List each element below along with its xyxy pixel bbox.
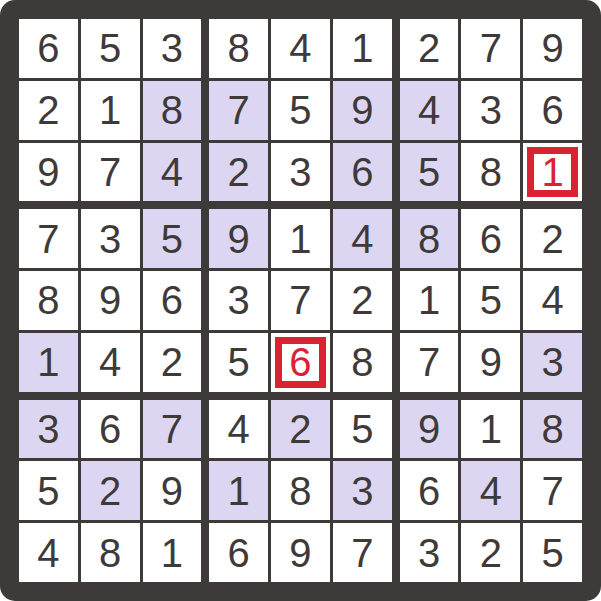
- box-2-1: 735896142: [19, 209, 201, 391]
- sudoku-grid: 6532189748417592362794365817358961429143…: [19, 19, 582, 582]
- cell-r3c6[interactable]: 6: [333, 143, 392, 202]
- cell-r5c9[interactable]: 4: [523, 271, 582, 330]
- cell-r1c4[interactable]: 8: [209, 19, 268, 78]
- cell-r7c8[interactable]: 1: [461, 400, 520, 459]
- cell-r6c8[interactable]: 9: [461, 333, 520, 392]
- box-1-1: 653218974: [19, 19, 201, 201]
- cell-r7c3[interactable]: 7: [143, 400, 202, 459]
- cell-r2c1[interactable]: 2: [19, 81, 78, 140]
- cell-r1c9[interactable]: 9: [523, 19, 582, 78]
- cell-r4c6[interactable]: 4: [333, 209, 392, 268]
- cell-r2c8[interactable]: 3: [461, 81, 520, 140]
- cell-r1c8[interactable]: 7: [461, 19, 520, 78]
- cell-r8c5[interactable]: 8: [271, 461, 330, 520]
- cell-r7c1[interactable]: 3: [19, 400, 78, 459]
- cell-r8c6[interactable]: 3: [333, 461, 392, 520]
- cell-r6c7[interactable]: 7: [400, 333, 459, 392]
- cell-r4c3[interactable]: 5: [143, 209, 202, 268]
- cell-r1c7[interactable]: 2: [400, 19, 459, 78]
- cell-r8c3[interactable]: 9: [143, 461, 202, 520]
- cell-r3c2[interactable]: 7: [81, 143, 140, 202]
- cell-r6c2[interactable]: 4: [81, 333, 140, 392]
- cell-r7c6[interactable]: 5: [333, 400, 392, 459]
- cell-r9c1[interactable]: 4: [19, 523, 78, 582]
- box-1-2: 841759236: [209, 19, 391, 201]
- cell-r2c3[interactable]: 8: [143, 81, 202, 140]
- cell-r3c4[interactable]: 2: [209, 143, 268, 202]
- box-3-3: 918647325: [400, 400, 582, 582]
- cell-r2c6[interactable]: 9: [333, 81, 392, 140]
- cell-r7c2[interactable]: 6: [81, 400, 140, 459]
- cell-r9c4[interactable]: 6: [209, 523, 268, 582]
- cell-r9c5[interactable]: 9: [271, 523, 330, 582]
- cell-r6c5[interactable]: 6: [271, 333, 330, 392]
- cell-r9c3[interactable]: 1: [143, 523, 202, 582]
- cell-r6c9[interactable]: 3: [523, 333, 582, 392]
- cell-r3c1[interactable]: 9: [19, 143, 78, 202]
- cell-r6c3[interactable]: 2: [143, 333, 202, 392]
- cell-r7c7[interactable]: 9: [400, 400, 459, 459]
- cell-r2c4[interactable]: 7: [209, 81, 268, 140]
- cell-r4c4[interactable]: 9: [209, 209, 268, 268]
- cell-r5c5[interactable]: 7: [271, 271, 330, 330]
- cell-r4c2[interactable]: 3: [81, 209, 140, 268]
- sudoku-board: 6532189748417592362794365817358961429143…: [0, 0, 601, 601]
- cell-r1c2[interactable]: 5: [81, 19, 140, 78]
- cell-r7c9[interactable]: 8: [523, 400, 582, 459]
- cell-r5c4[interactable]: 3: [209, 271, 268, 330]
- cell-r3c5[interactable]: 3: [271, 143, 330, 202]
- cell-r5c8[interactable]: 5: [461, 271, 520, 330]
- box-1-3: 279436581: [400, 19, 582, 201]
- cell-r9c7[interactable]: 3: [400, 523, 459, 582]
- cell-r8c9[interactable]: 7: [523, 461, 582, 520]
- cell-r4c5[interactable]: 1: [271, 209, 330, 268]
- cell-r3c8[interactable]: 8: [461, 143, 520, 202]
- cell-r9c6[interactable]: 7: [333, 523, 392, 582]
- cell-r6c6[interactable]: 8: [333, 333, 392, 392]
- cell-r5c3[interactable]: 6: [143, 271, 202, 330]
- cell-r1c6[interactable]: 1: [333, 19, 392, 78]
- cell-r1c3[interactable]: 3: [143, 19, 202, 78]
- cell-r8c8[interactable]: 4: [461, 461, 520, 520]
- cell-r2c5[interactable]: 5: [271, 81, 330, 140]
- cell-r9c8[interactable]: 2: [461, 523, 520, 582]
- cell-r4c7[interactable]: 8: [400, 209, 459, 268]
- cell-r9c2[interactable]: 8: [81, 523, 140, 582]
- box-2-3: 862154793: [400, 209, 582, 391]
- cell-r7c5[interactable]: 2: [271, 400, 330, 459]
- box-2-2: 914372568: [209, 209, 391, 391]
- cell-r3c7[interactable]: 5: [400, 143, 459, 202]
- cell-r4c9[interactable]: 2: [523, 209, 582, 268]
- cell-r6c1[interactable]: 1: [19, 333, 78, 392]
- box-3-1: 367529481: [19, 400, 201, 582]
- cell-r1c1[interactable]: 6: [19, 19, 78, 78]
- cell-r5c1[interactable]: 8: [19, 271, 78, 330]
- cell-r3c3[interactable]: 4: [143, 143, 202, 202]
- cell-r7c4[interactable]: 4: [209, 400, 268, 459]
- cell-r2c9[interactable]: 6: [523, 81, 582, 140]
- cell-r3c9[interactable]: 1: [523, 143, 582, 202]
- cell-r8c4[interactable]: 1: [209, 461, 268, 520]
- cell-r8c7[interactable]: 6: [400, 461, 459, 520]
- cell-r8c1[interactable]: 5: [19, 461, 78, 520]
- cell-r2c2[interactable]: 1: [81, 81, 140, 140]
- cell-r5c2[interactable]: 9: [81, 271, 140, 330]
- cell-r5c7[interactable]: 1: [400, 271, 459, 330]
- cell-r5c6[interactable]: 2: [333, 271, 392, 330]
- cell-r4c8[interactable]: 6: [461, 209, 520, 268]
- cell-r9c9[interactable]: 5: [523, 523, 582, 582]
- cell-r8c2[interactable]: 2: [81, 461, 140, 520]
- box-3-2: 425183697: [209, 400, 391, 582]
- cell-r4c1[interactable]: 7: [19, 209, 78, 268]
- cell-r6c4[interactable]: 5: [209, 333, 268, 392]
- cell-r2c7[interactable]: 4: [400, 81, 459, 140]
- cell-r1c5[interactable]: 4: [271, 19, 330, 78]
